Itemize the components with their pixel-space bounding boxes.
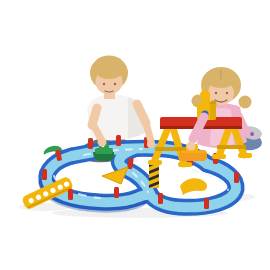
product-photo [0,0,270,270]
boy-left-hand [98,138,107,147]
crane-housing-shade [210,104,216,120]
crane-mast-knob [200,90,210,100]
boy-right-hand [147,140,155,148]
clip [116,135,121,146]
clip [114,187,119,198]
girl-shoe-accent [250,132,254,136]
crane-foot [148,160,162,165]
clip [158,193,163,204]
girl-right-pigtail [239,96,252,109]
girl-left-eye [215,92,217,94]
boy-left-eye [103,83,105,85]
clip [204,198,209,209]
scene [0,0,270,270]
crane-foot [238,153,252,158]
girl-left-hand [187,142,196,151]
girl-right-eye [226,92,228,94]
boy-right-eye [114,83,116,85]
boy-hair-fringe [94,57,125,79]
crane-foot [212,154,226,159]
crane-foot [178,162,192,167]
crane-right-crossbar [217,145,246,149]
clip [68,189,73,200]
clip [42,169,47,180]
clip [234,172,239,183]
boy-right-forearm [146,123,151,141]
clip [88,138,93,149]
